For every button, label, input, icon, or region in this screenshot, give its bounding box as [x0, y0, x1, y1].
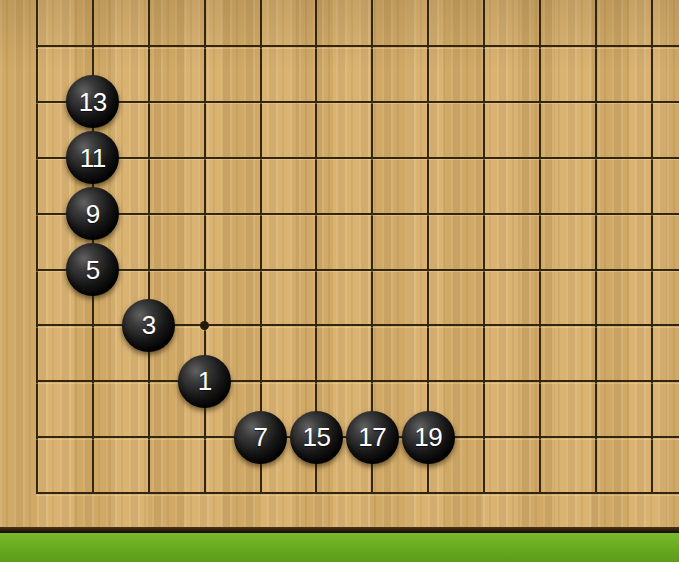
board-intersection[interactable] — [288, 465, 344, 521]
board-crop-line — [568, 0, 624, 18]
move-number-label: 11 — [80, 145, 106, 171]
board-intersection[interactable] — [65, 18, 121, 74]
board-intersection[interactable] — [624, 242, 679, 298]
board-intersection[interactable] — [400, 186, 456, 242]
board-intersection[interactable] — [624, 130, 679, 186]
board-intersection[interactable] — [512, 409, 568, 465]
board-intersection[interactable] — [288, 18, 344, 74]
move-number-label: 13 — [79, 89, 107, 115]
move-number-label: 5 — [86, 257, 100, 283]
board-intersection[interactable] — [9, 353, 65, 409]
board-intersection[interactable] — [233, 465, 289, 521]
board-crop-line — [400, 0, 456, 18]
move-number-label: 3 — [142, 312, 156, 338]
board-intersection[interactable] — [400, 353, 456, 409]
board-intersection[interactable] — [344, 353, 400, 409]
bottom-green-bar — [0, 533, 679, 562]
board-intersection[interactable] — [288, 297, 344, 353]
board-intersection[interactable] — [9, 409, 65, 465]
black-stone: 19 — [402, 411, 455, 464]
board-intersection[interactable] — [344, 186, 400, 242]
move-number-label: 1 — [198, 368, 212, 394]
board-intersection[interactable] — [177, 242, 233, 298]
board-intersection[interactable] — [624, 18, 679, 74]
board-intersection[interactable] — [624, 353, 679, 409]
board-intersection[interactable] — [121, 74, 177, 130]
board-intersection[interactable] — [9, 242, 65, 298]
board-intersection[interactable] — [512, 297, 568, 353]
board-intersection[interactable] — [344, 130, 400, 186]
board-intersection[interactable] — [177, 409, 233, 465]
board-intersection[interactable] — [121, 130, 177, 186]
board-intersection[interactable] — [121, 186, 177, 242]
board-intersection[interactable] — [624, 297, 679, 353]
board-intersection[interactable] — [456, 130, 512, 186]
board-intersection[interactable] — [288, 186, 344, 242]
board-intersection[interactable] — [344, 74, 400, 130]
board-intersection[interactable] — [512, 186, 568, 242]
board-intersection[interactable] — [177, 465, 233, 521]
board-intersection[interactable] — [288, 353, 344, 409]
board-intersection[interactable] — [177, 130, 233, 186]
board-intersection[interactable] — [9, 186, 65, 242]
board-intersection[interactable] — [233, 297, 289, 353]
board-crop-line — [65, 0, 121, 18]
board-intersection[interactable] — [177, 18, 233, 74]
board-intersection[interactable] — [288, 130, 344, 186]
black-stone: 1 — [178, 355, 231, 408]
board-intersection[interactable] — [568, 186, 624, 242]
black-stone: 15 — [290, 411, 343, 464]
board-intersection[interactable] — [233, 186, 289, 242]
board-intersection[interactable] — [65, 409, 121, 465]
move-number-label: 15 — [302, 424, 330, 450]
board-intersection[interactable] — [288, 74, 344, 130]
board-intersection[interactable] — [177, 186, 233, 242]
board-intersection[interactable] — [456, 297, 512, 353]
board-intersection[interactable] — [400, 18, 456, 74]
board-grid: 135791113151719 — [9, 18, 679, 521]
board-intersection[interactable] — [9, 74, 65, 130]
go-app-screen: 135791113151719 — [0, 0, 679, 562]
board-intersection[interactable] — [512, 353, 568, 409]
board-intersection[interactable] — [233, 242, 289, 298]
board-crop-line — [512, 0, 568, 18]
board-intersection[interactable] — [456, 186, 512, 242]
move-number-label: 7 — [254, 424, 268, 450]
board-intersection[interactable] — [233, 130, 289, 186]
board-intersection[interactable] — [121, 353, 177, 409]
board-crop-line — [624, 0, 679, 18]
board-intersection[interactable] — [456, 18, 512, 74]
board-intersection[interactable] — [65, 353, 121, 409]
board-intersection[interactable] — [568, 74, 624, 130]
board-intersection[interactable] — [121, 409, 177, 465]
board-intersection[interactable] — [624, 186, 679, 242]
board-intersection[interactable] — [121, 242, 177, 298]
board-intersection[interactable] — [400, 130, 456, 186]
board-intersection[interactable] — [624, 409, 679, 465]
board-intersection[interactable] — [233, 74, 289, 130]
move-number-label: 17 — [358, 424, 386, 450]
board-intersection[interactable] — [233, 18, 289, 74]
board-top-crop-strip — [9, 0, 679, 18]
board-intersection[interactable] — [9, 465, 65, 521]
board-intersection[interactable] — [121, 18, 177, 74]
board-intersection[interactable] — [344, 297, 400, 353]
board-intersection[interactable] — [512, 465, 568, 521]
board-crop-line — [121, 0, 177, 18]
move-number-label: 9 — [86, 201, 100, 227]
board-intersection[interactable] — [65, 297, 121, 353]
board-intersection[interactable] — [512, 18, 568, 74]
board-intersection[interactable] — [456, 465, 512, 521]
board-intersection[interactable] — [288, 242, 344, 298]
board-intersection[interactable] — [512, 130, 568, 186]
board-intersection[interactable] — [512, 242, 568, 298]
board-intersection[interactable] — [344, 18, 400, 74]
board-intersection[interactable] — [568, 18, 624, 74]
board-crop-line — [233, 0, 289, 18]
board-crop-line — [288, 0, 344, 18]
board-intersection[interactable] — [9, 18, 65, 74]
board-intersection[interactable] — [400, 465, 456, 521]
board-intersection[interactable] — [177, 74, 233, 130]
board-intersection[interactable] — [121, 465, 177, 521]
board-intersection[interactable] — [624, 465, 679, 521]
board-crop-line — [177, 0, 233, 18]
star-point — [200, 321, 209, 330]
board-crop-line — [344, 0, 400, 18]
board-intersection[interactable] — [9, 130, 65, 186]
move-number-label: 19 — [414, 424, 442, 450]
black-stone: 3 — [122, 299, 175, 352]
board-intersection[interactable] — [400, 297, 456, 353]
board-intersection[interactable] — [233, 353, 289, 409]
board-intersection[interactable] — [512, 74, 568, 130]
board-intersection[interactable] — [344, 465, 400, 521]
board-intersection[interactable] — [568, 242, 624, 298]
board-intersection[interactable] — [568, 409, 624, 465]
board-intersection[interactable] — [568, 465, 624, 521]
board-intersection[interactable] — [65, 465, 121, 521]
board-intersection[interactable] — [456, 242, 512, 298]
board-intersection[interactable] — [456, 353, 512, 409]
board-intersection[interactable] — [456, 409, 512, 465]
board-intersection[interactable] — [568, 297, 624, 353]
board-intersection[interactable] — [624, 74, 679, 130]
board-crop-line — [9, 0, 65, 18]
black-stone: 7 — [234, 411, 287, 464]
black-stone: 17 — [346, 411, 399, 464]
board-intersection[interactable] — [9, 297, 65, 353]
black-stone: 5 — [66, 243, 119, 296]
board-intersection[interactable] — [400, 242, 456, 298]
board-intersection[interactable] — [344, 242, 400, 298]
board-intersection[interactable] — [568, 353, 624, 409]
board-intersection[interactable] — [400, 74, 456, 130]
board-crop-line — [456, 0, 512, 18]
board-intersection[interactable] — [568, 130, 624, 186]
board-intersection[interactable] — [456, 74, 512, 130]
